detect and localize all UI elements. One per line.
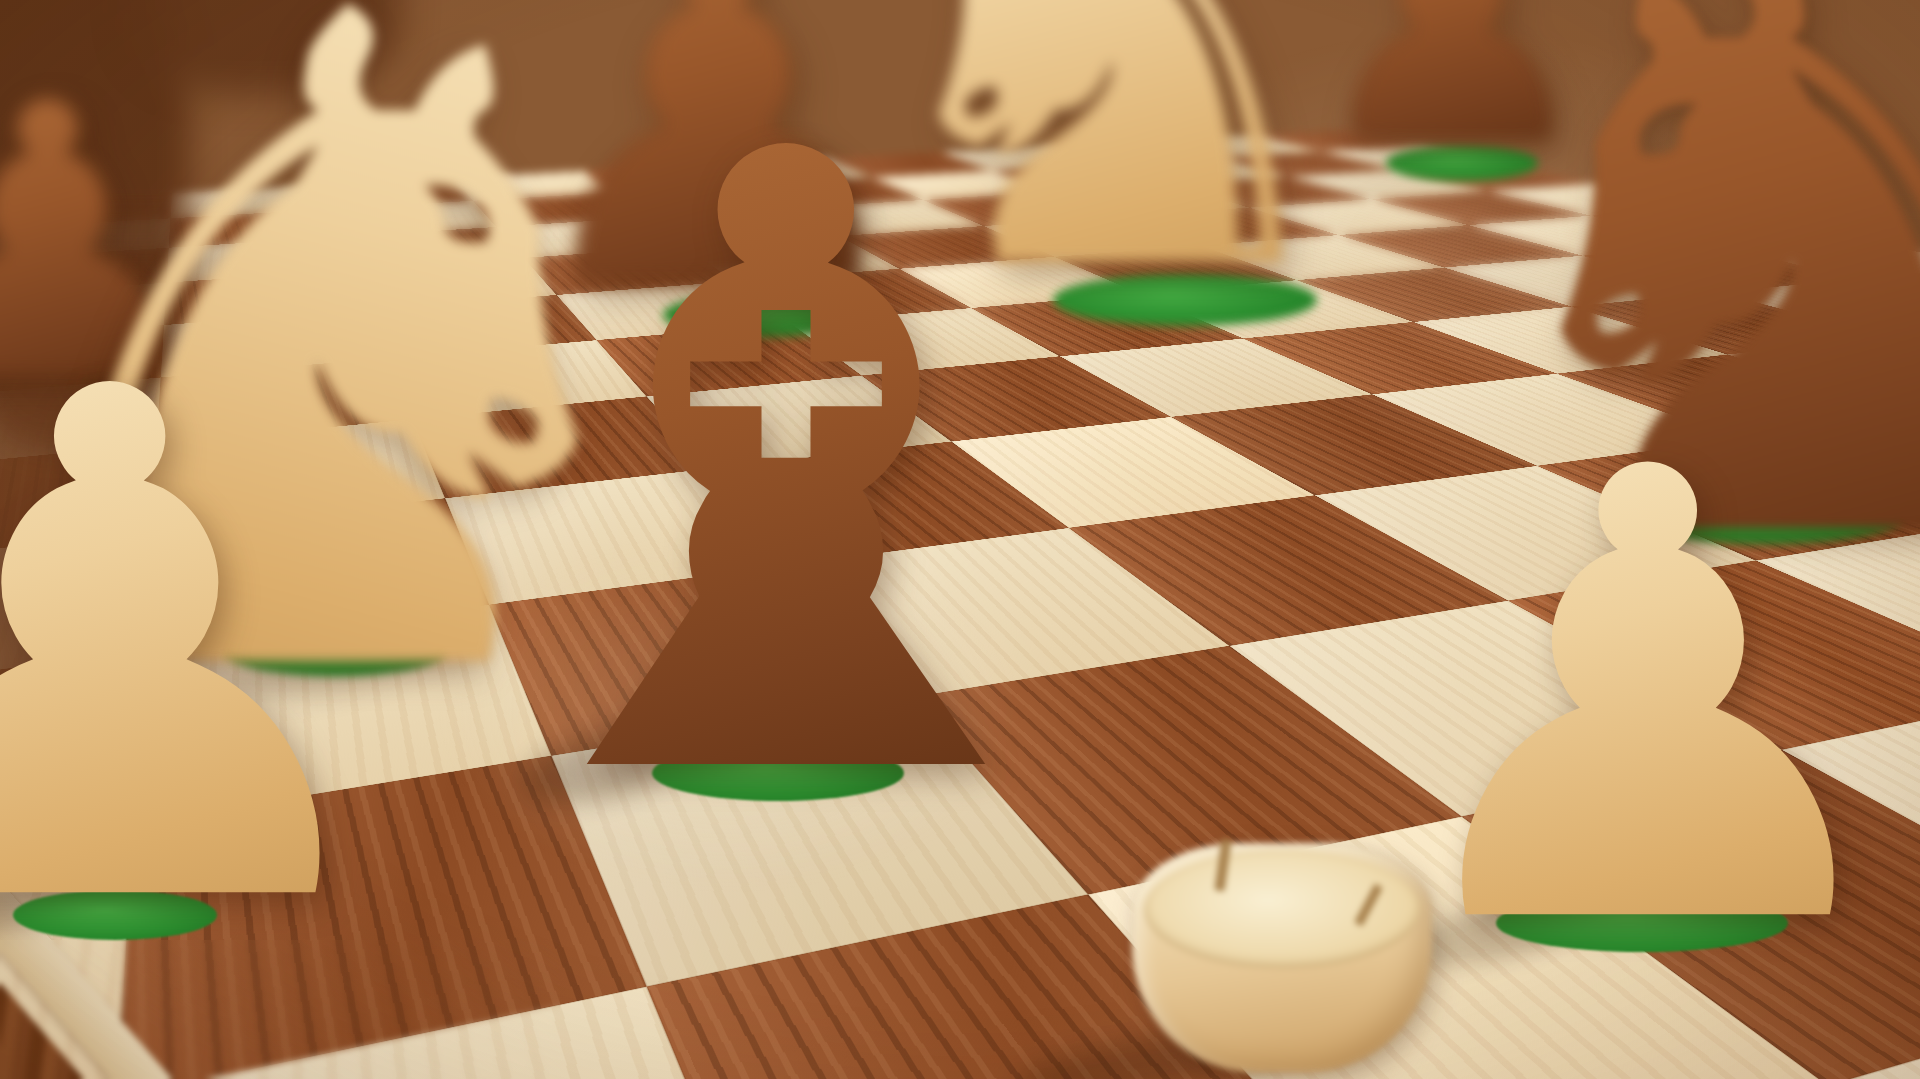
white-pawn-right: ♟ (1370, 390, 1920, 1010)
unfinished-piece-blank (1132, 843, 1432, 1073)
white-pawn-left: ♟ (0, 300, 424, 1000)
blank-top-face (1144, 850, 1420, 970)
black-bishop-center: ♝ (405, 45, 1167, 895)
chess-photo-scene: ♞♟♟♞♟♞♝♟♟ (0, 0, 1920, 1079)
